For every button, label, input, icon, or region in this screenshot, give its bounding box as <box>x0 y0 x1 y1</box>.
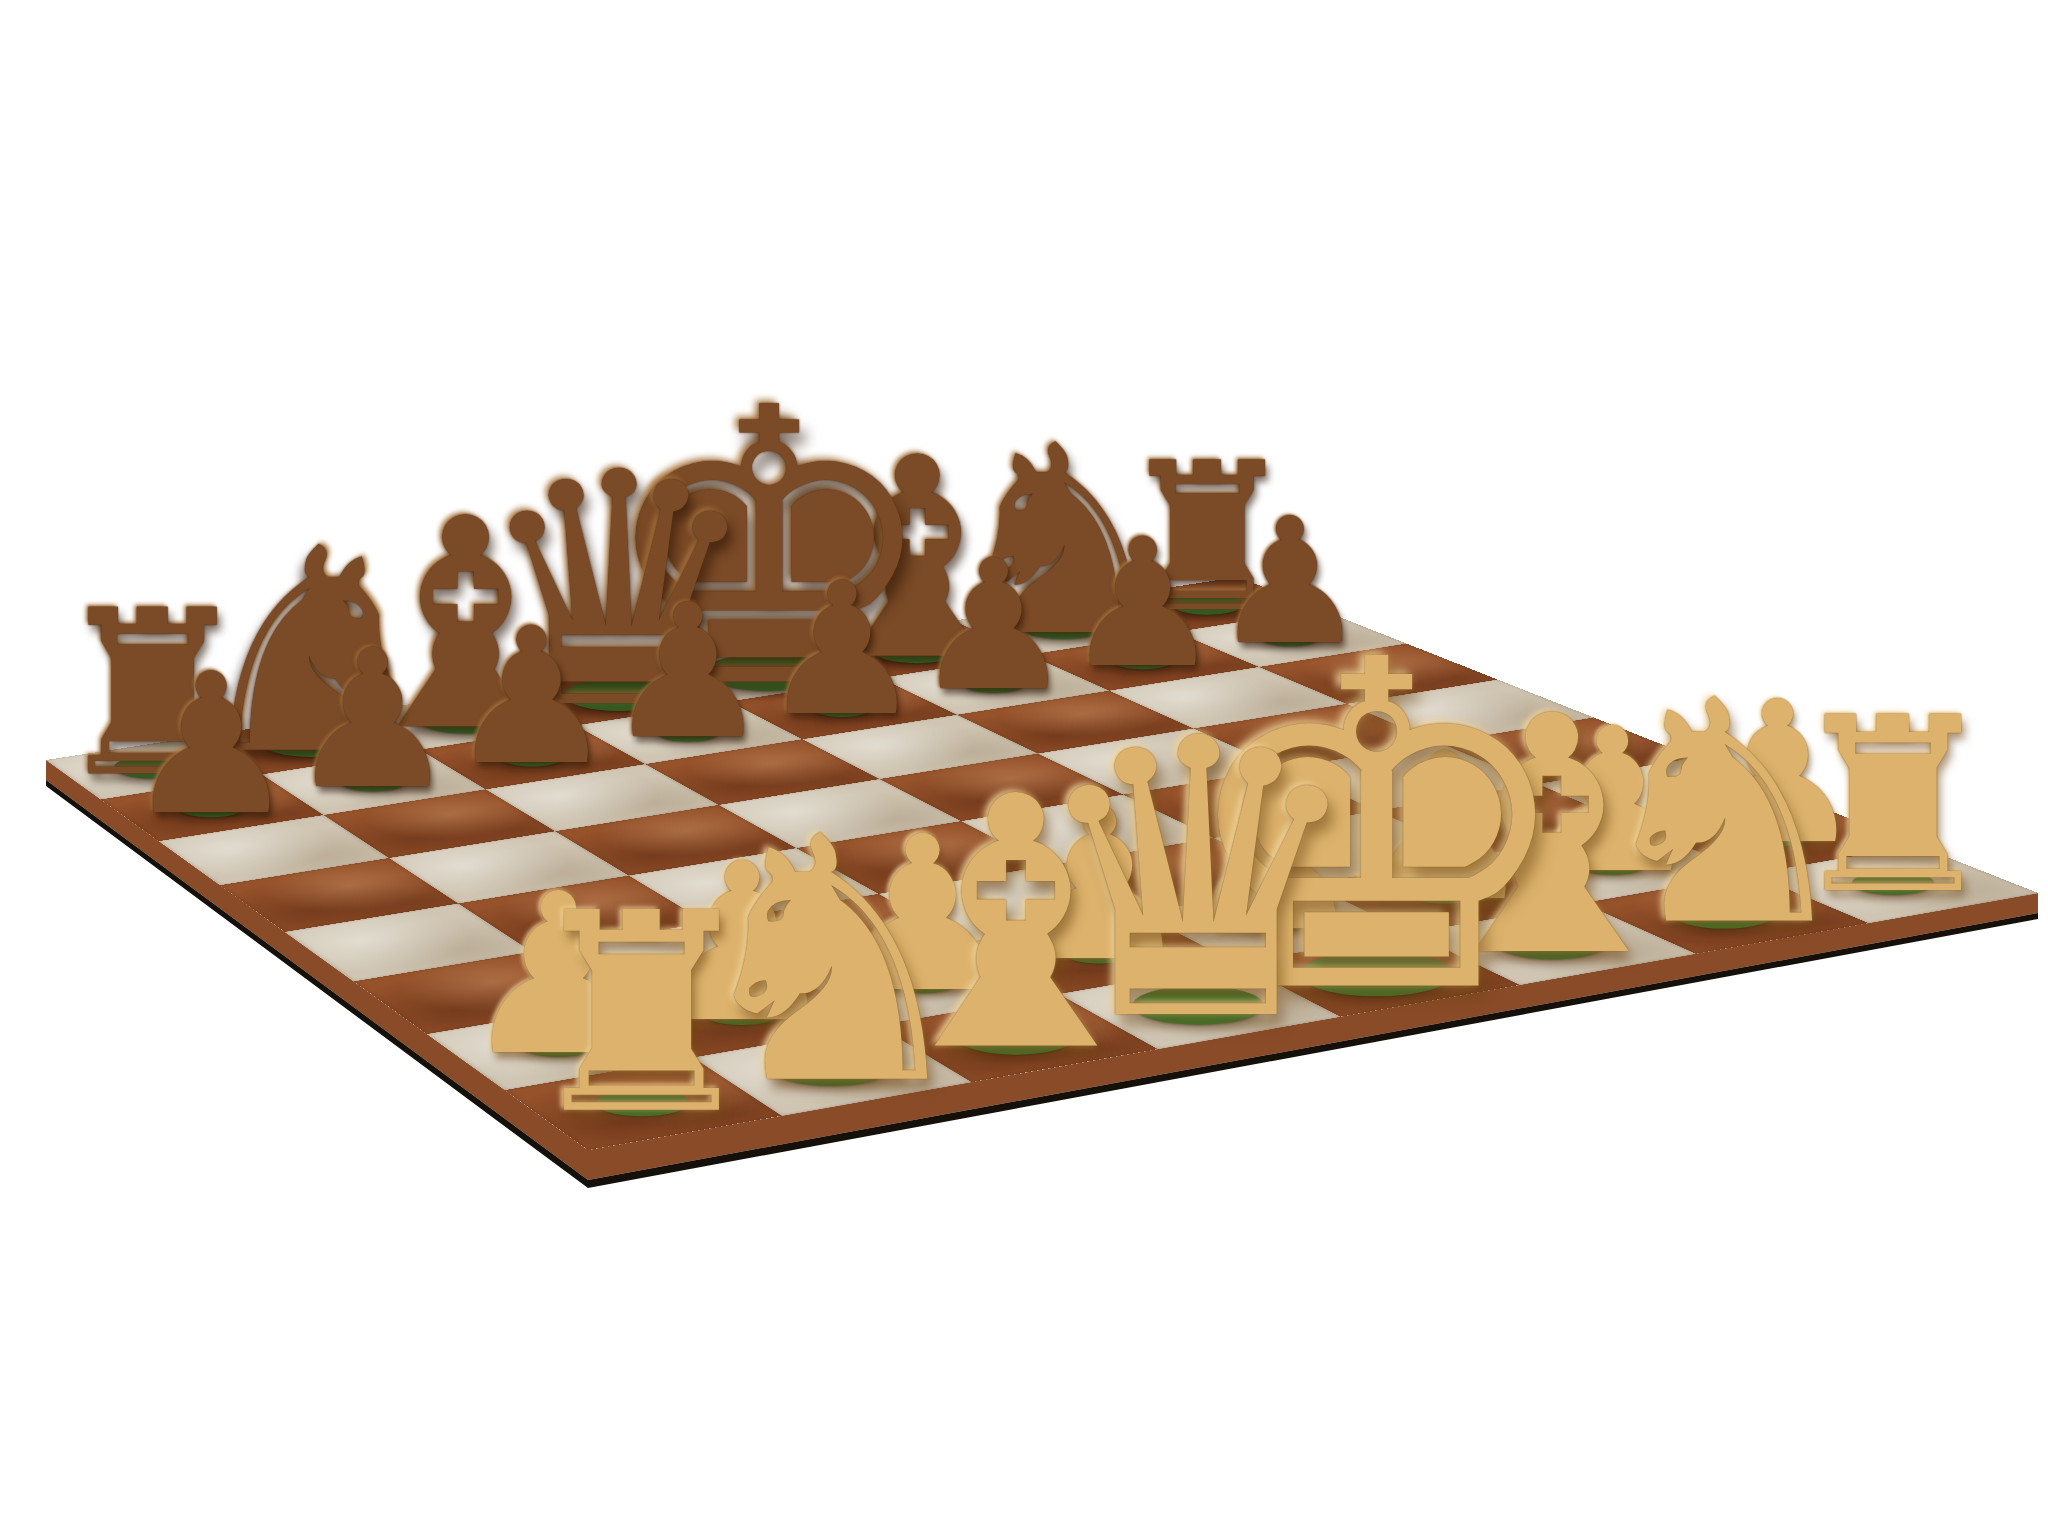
piece-black-pawn-b7: ♟ <box>287 625 458 816</box>
piece-black-pawn-d7: ♟ <box>605 581 771 766</box>
chess-set-photo: ♜♞♝♛♚♝♞♜♟♟♟♟♟♟♟♟♟♟♟♟♟♟♟♟♜♞♝♛♚♝♞♜ <box>0 0 2048 1536</box>
piece-black-pawn-a7: ♟ <box>124 648 298 842</box>
pieces-layer: ♜♞♝♛♚♝♞♜♟♟♟♟♟♟♟♟♟♟♟♟♟♟♟♟♜♞♝♛♚♝♞♜ <box>0 0 2048 1536</box>
piece-black-pawn-c7: ♟ <box>447 603 616 791</box>
piece-white-rook-a1: ♜ <box>518 877 765 1152</box>
piece-black-pawn-e7: ♟ <box>760 558 924 741</box>
